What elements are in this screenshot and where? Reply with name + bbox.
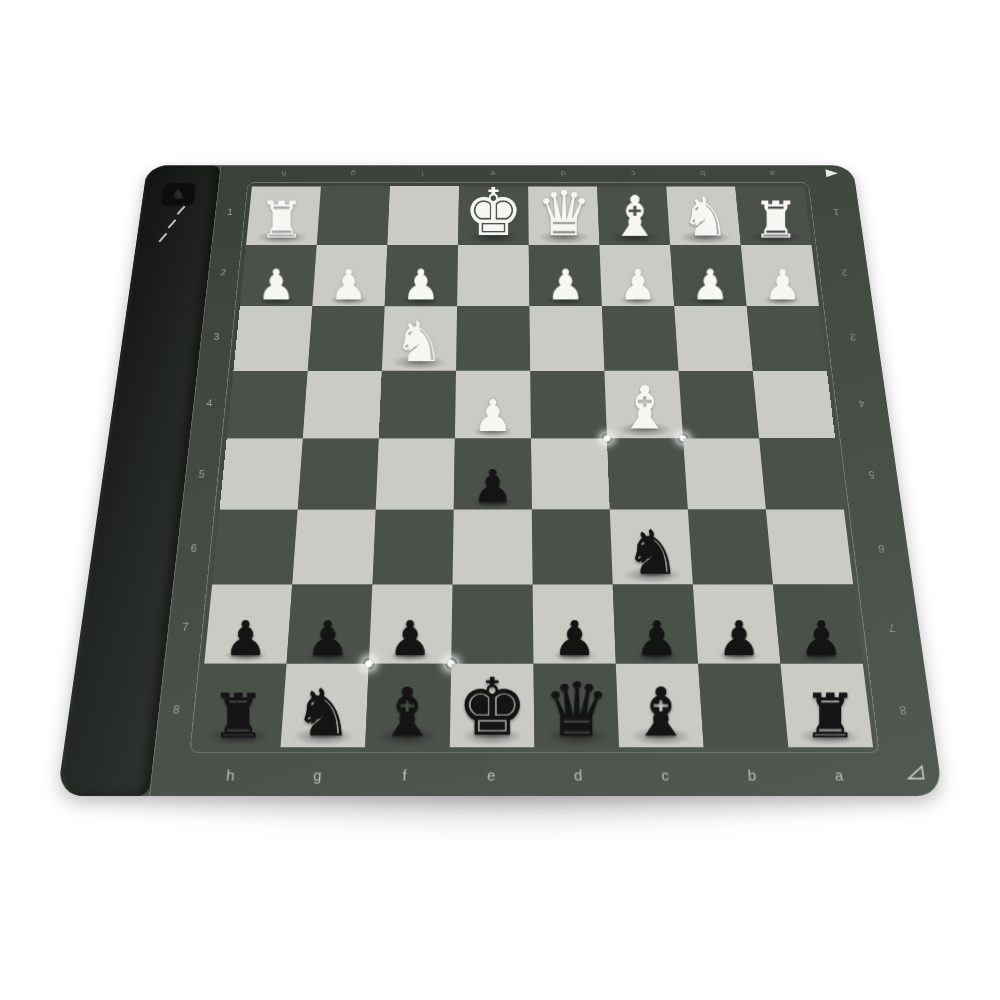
square-f6[interactable]	[372, 510, 453, 585]
file-label-bottom-d: d	[574, 766, 583, 783]
square-e4[interactable]: ♟	[455, 371, 531, 439]
square-c7[interactable]: ♟	[613, 585, 698, 664]
board-grid: ♜♚♛♝♞♜♟♟♟♟♟♟♟♞♟♝♟♞♟♟♟♟♟♟♟♜♞♝♚♛♝♜	[196, 186, 873, 747]
rollup-chessboard-mat: ♞ hgfedcba 12345678 ♜♚♛♝♞♜♟♟♟♟♟♟♟♞♟♝♟♞♟♟…	[57, 165, 943, 796]
file-label-bottom-h: h	[226, 766, 236, 783]
file-label-top-a: a	[770, 170, 776, 178]
file-labels-top: hgfedcba	[247, 165, 808, 182]
file-label-top-f: f	[422, 170, 425, 178]
rank-label-left-7: 7	[181, 621, 189, 634]
square-c8[interactable]: ♝	[616, 664, 704, 748]
square-g3[interactable]	[308, 306, 385, 370]
piece-white-knight-b1[interactable]: ♞	[681, 193, 730, 243]
square-a8[interactable]: ♜	[780, 664, 873, 748]
square-h6[interactable]	[212, 510, 298, 585]
piece-white-pawn-g2[interactable]: ♟	[330, 265, 368, 304]
piece-black-bishop-c8[interactable]: ♝	[631, 683, 691, 745]
square-h1[interactable]: ♜	[246, 186, 321, 245]
file-label-top-g: g	[351, 170, 356, 178]
square-b2[interactable]: ♟	[670, 245, 746, 306]
square-d4[interactable]	[530, 371, 607, 439]
square-e5[interactable]: ♟	[454, 438, 532, 509]
piece-white-bishop-c1[interactable]: ♝	[610, 192, 660, 243]
piece-white-rook-a1[interactable]: ♜	[753, 196, 799, 243]
square-f7[interactable]: ♟	[369, 585, 453, 664]
rank-label-right-2: 2	[841, 268, 848, 278]
rank-label-right-5: 5	[867, 468, 875, 480]
square-g5[interactable]	[298, 438, 379, 509]
piece-white-pawn-b2[interactable]: ♟	[691, 265, 729, 304]
square-f3[interactable]: ♞	[382, 306, 457, 370]
piece-black-bishop-f8[interactable]: ♝	[378, 683, 438, 745]
piece-black-queen-d8[interactable]: ♛	[543, 676, 610, 745]
piece-black-pawn-d7[interactable]: ♟	[553, 617, 596, 661]
square-g2[interactable]: ♟	[312, 245, 387, 306]
piece-white-pawn-e4[interactable]: ♟	[473, 395, 513, 436]
square-b8[interactable]	[698, 664, 788, 748]
piece-white-pawn-c2[interactable]: ♟	[619, 265, 657, 304]
rank-label-left-2: 2	[220, 268, 227, 278]
square-b3[interactable]	[674, 306, 752, 370]
square-e6[interactable]	[452, 510, 532, 585]
piece-black-pawn-a7[interactable]: ♟	[800, 617, 843, 661]
square-g1[interactable]	[317, 186, 390, 245]
piece-black-pawn-e5[interactable]: ♟	[472, 465, 513, 507]
piece-black-pawn-h7[interactable]: ♟	[224, 617, 267, 661]
rank-label-right-6: 6	[877, 542, 885, 554]
square-d2[interactable]: ♟	[529, 245, 602, 306]
alignment-marker-icon	[825, 169, 838, 177]
piece-black-pawn-b7[interactable]: ♟	[718, 617, 761, 661]
piece-black-knight-c6[interactable]: ♞	[625, 525, 680, 582]
rank-label-left-3: 3	[213, 331, 220, 341]
square-f1[interactable]	[387, 186, 459, 245]
bar-led-tick-icon	[176, 205, 185, 215]
piece-white-king-e1[interactable]: ♚	[464, 182, 523, 242]
square-a5[interactable]	[759, 438, 844, 509]
square-a1[interactable]: ♜	[735, 186, 811, 245]
bar-led-tick-icon	[158, 233, 167, 243]
rank-label-right-7: 7	[887, 621, 895, 634]
square-f8[interactable]: ♝	[365, 664, 451, 748]
square-g6[interactable]	[292, 510, 375, 585]
piece-white-pawn-a2[interactable]: ♟	[764, 265, 802, 304]
square-c3[interactable]	[602, 306, 679, 370]
square-d6[interactable]	[532, 510, 613, 585]
rank-label-left-8: 8	[172, 703, 180, 717]
square-a2[interactable]: ♟	[741, 245, 819, 306]
alignment-marker-outline-icon	[905, 764, 927, 784]
square-f2[interactable]: ♟	[385, 245, 458, 306]
square-b7[interactable]: ♟	[693, 585, 781, 664]
board-frame: hgfedcba 12345678 ♜♚♛♝♞♜♟♟♟♟♟♟♟♞♟♝♟♞♟♟♟♟…	[149, 165, 943, 796]
rank-label-left-6: 6	[190, 542, 197, 554]
square-a6[interactable]	[766, 510, 853, 585]
rank-label-right-8: 8	[898, 703, 906, 717]
file-label-bottom-e: e	[487, 766, 495, 783]
square-e7[interactable]	[451, 585, 533, 664]
piece-white-pawn-h2[interactable]: ♟	[257, 265, 295, 304]
led-glint-f8-top-left	[363, 658, 375, 669]
piece-black-rook-h8[interactable]: ♜	[211, 688, 266, 744]
piece-white-pawn-d2[interactable]: ♟	[547, 265, 585, 304]
square-b1[interactable]: ♞	[666, 186, 741, 245]
square-e8[interactable]: ♚	[450, 664, 535, 748]
piece-white-pawn-f2[interactable]: ♟	[402, 265, 440, 304]
file-label-bottom-f: f	[402, 766, 407, 783]
piece-black-pawn-c7[interactable]: ♟	[635, 617, 678, 661]
piece-white-queen-d1[interactable]: ♛	[536, 186, 592, 243]
square-f4[interactable]	[379, 371, 456, 439]
rank-label-left-4: 4	[206, 398, 213, 409]
rank-label-right-4: 4	[858, 398, 865, 409]
square-b6[interactable]	[688, 510, 773, 585]
knight-logo-glyph: ♞	[171, 187, 187, 200]
square-c5[interactable]	[607, 438, 688, 509]
rank-label-left-5: 5	[198, 468, 205, 480]
square-h8[interactable]: ♜	[196, 664, 287, 748]
square-b4[interactable]	[679, 371, 760, 439]
play-area: ♜♚♛♝♞♜♟♟♟♟♟♟♟♞♟♝♟♞♟♟♟♟♟♟♟♜♞♝♚♛♝♜	[189, 182, 879, 753]
square-d5[interactable]	[531, 438, 610, 509]
square-h3[interactable]	[233, 306, 312, 370]
square-a7[interactable]: ♟	[773, 585, 863, 664]
file-label-top-c: c	[630, 170, 635, 178]
square-a4[interactable]	[753, 371, 835, 439]
square-b5[interactable]	[683, 438, 766, 509]
file-label-top-b: b	[700, 170, 706, 178]
square-a3[interactable]	[747, 306, 827, 370]
file-label-bottom-g: g	[313, 766, 322, 783]
square-h5[interactable]	[220, 438, 303, 509]
piece-black-rook-a8[interactable]: ♜	[803, 688, 858, 744]
square-d7[interactable]: ♟	[533, 585, 616, 664]
square-g4[interactable]	[303, 371, 382, 439]
square-f5[interactable]	[376, 438, 455, 509]
square-g8[interactable]: ♞	[281, 664, 369, 748]
knight-logo-icon: ♞	[161, 182, 196, 205]
square-e2[interactable]	[457, 245, 529, 306]
square-c1[interactable]: ♝	[597, 186, 670, 245]
piece-black-king-e8[interactable]: ♚	[457, 672, 528, 744]
square-h4[interactable]	[227, 371, 308, 439]
square-e1[interactable]: ♚	[458, 186, 529, 245]
square-e3[interactable]	[456, 306, 530, 370]
led-glint-c5-top-left	[602, 434, 613, 444]
bar-led-tick-icon	[167, 219, 176, 229]
square-d3[interactable]	[529, 306, 604, 370]
piece-black-pawn-f7[interactable]: ♟	[389, 617, 432, 661]
piece-white-bishop-c4[interactable]: ♝	[618, 381, 672, 436]
file-label-top-h: h	[280, 170, 286, 178]
square-h2[interactable]: ♟	[240, 245, 317, 306]
square-c6[interactable]: ♞	[610, 510, 693, 585]
rank-label-left-1: 1	[227, 207, 233, 217]
file-label-bottom-a: a	[834, 766, 844, 783]
square-d8[interactable]: ♛	[534, 664, 620, 748]
square-g7[interactable]: ♟	[287, 585, 373, 664]
rank-label-right-3: 3	[849, 331, 856, 341]
file-labels-bottom: hgfedcba	[185, 753, 885, 796]
scene: ♞ hgfedcba 12345678 ♜♚♛♝♞♜♟♟♟♟♟♟♟♞♟♝♟♞♟♟…	[0, 0, 1000, 1000]
piece-white-knight-f3[interactable]: ♞	[393, 316, 444, 368]
square-c4[interactable]: ♝	[604, 371, 683, 439]
piece-black-knight-g8[interactable]: ♞	[294, 685, 352, 745]
square-c2[interactable]: ♟	[599, 245, 674, 306]
file-label-bottom-b: b	[747, 766, 757, 783]
square-d1[interactable]: ♛	[528, 186, 599, 245]
file-label-bottom-c: c	[661, 766, 669, 783]
square-h7[interactable]: ♟	[204, 585, 292, 664]
piece-white-rook-h1[interactable]: ♜	[259, 196, 305, 243]
rank-label-right-1: 1	[832, 207, 839, 217]
piece-black-pawn-g7[interactable]: ♟	[306, 617, 349, 661]
